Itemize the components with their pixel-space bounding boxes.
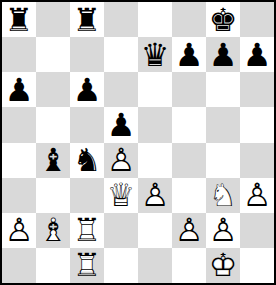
square-a6[interactable]: ♟ [2, 72, 36, 107]
square-e5[interactable] [138, 107, 172, 142]
black-pawn: ♟ [175, 39, 204, 71]
square-a1[interactable] [2, 248, 36, 283]
white-rook: ♜♖ [73, 214, 102, 246]
square-e3[interactable]: ♟♙ [138, 178, 172, 213]
square-g6[interactable] [206, 72, 240, 107]
square-a2[interactable]: ♟♙ [2, 213, 36, 248]
square-b4[interactable]: ♝ [36, 143, 70, 178]
square-h7[interactable]: ♟ [240, 37, 274, 72]
chess-board-frame: ♜♜♚♛♟♟♟♟♟♟♝♞♟♙♛♕♟♙♞♘♟♙♟♙♝♗♜♖♟♙♟♙♜♖♚♔ [0, 0, 276, 285]
square-g8[interactable]: ♚ [206, 2, 240, 37]
square-a5[interactable] [2, 107, 36, 142]
white-pawn: ♟♙ [175, 214, 204, 246]
square-f8[interactable] [172, 2, 206, 37]
square-e7[interactable]: ♛ [138, 37, 172, 72]
square-a4[interactable] [2, 143, 36, 178]
black-queen: ♛ [141, 39, 170, 71]
square-g5[interactable] [206, 107, 240, 142]
square-b3[interactable] [36, 178, 70, 213]
black-pawn: ♟ [107, 109, 136, 141]
white-king: ♚♔ [209, 249, 238, 281]
square-h4[interactable] [240, 143, 274, 178]
square-d2[interactable] [104, 213, 138, 248]
square-d3[interactable]: ♛♕ [104, 178, 138, 213]
square-c4[interactable]: ♞ [70, 143, 104, 178]
square-f7[interactable]: ♟ [172, 37, 206, 72]
black-knight: ♞ [73, 144, 102, 176]
square-f3[interactable] [172, 178, 206, 213]
square-g2[interactable]: ♟♙ [206, 213, 240, 248]
white-bishop: ♝♗ [39, 214, 68, 246]
square-b2[interactable]: ♝♗ [36, 213, 70, 248]
square-f5[interactable] [172, 107, 206, 142]
white-pawn: ♟♙ [107, 144, 136, 176]
square-d5[interactable]: ♟ [104, 107, 138, 142]
black-bishop: ♝ [39, 144, 68, 176]
square-g7[interactable]: ♟ [206, 37, 240, 72]
square-a8[interactable]: ♜ [2, 2, 36, 37]
square-c3[interactable] [70, 178, 104, 213]
square-g3[interactable]: ♞♘ [206, 178, 240, 213]
square-e8[interactable] [138, 2, 172, 37]
square-h6[interactable] [240, 72, 274, 107]
square-e6[interactable] [138, 72, 172, 107]
square-e2[interactable] [138, 213, 172, 248]
black-pawn: ♟ [209, 39, 238, 71]
square-f2[interactable]: ♟♙ [172, 213, 206, 248]
square-d6[interactable] [104, 72, 138, 107]
square-e4[interactable] [138, 143, 172, 178]
square-c2[interactable]: ♜♖ [70, 213, 104, 248]
square-e1[interactable] [138, 248, 172, 283]
square-h3[interactable]: ♟♙ [240, 178, 274, 213]
black-pawn: ♟ [5, 74, 34, 106]
square-b8[interactable] [36, 2, 70, 37]
square-a7[interactable] [2, 37, 36, 72]
black-pawn: ♟ [243, 39, 272, 71]
white-pawn: ♟♙ [141, 179, 170, 211]
square-f1[interactable] [172, 248, 206, 283]
square-a3[interactable] [2, 178, 36, 213]
white-pawn: ♟♙ [5, 214, 34, 246]
square-d1[interactable] [104, 248, 138, 283]
square-h2[interactable] [240, 213, 274, 248]
square-b7[interactable] [36, 37, 70, 72]
black-king: ♚ [209, 4, 238, 36]
white-pawn: ♟♙ [243, 179, 272, 211]
white-rook: ♜♖ [73, 249, 102, 281]
black-pawn: ♟ [73, 74, 102, 106]
square-f4[interactable] [172, 143, 206, 178]
square-b1[interactable] [36, 248, 70, 283]
white-knight: ♞♘ [209, 179, 238, 211]
square-c5[interactable] [70, 107, 104, 142]
square-b5[interactable] [36, 107, 70, 142]
square-h8[interactable] [240, 2, 274, 37]
square-c7[interactable] [70, 37, 104, 72]
square-d8[interactable] [104, 2, 138, 37]
square-g4[interactable] [206, 143, 240, 178]
white-pawn: ♟♙ [209, 214, 238, 246]
square-d7[interactable] [104, 37, 138, 72]
chess-board: ♜♜♚♛♟♟♟♟♟♟♝♞♟♙♛♕♟♙♞♘♟♙♟♙♝♗♜♖♟♙♟♙♜♖♚♔ [2, 2, 274, 283]
black-rook: ♜ [5, 4, 34, 36]
square-d4[interactable]: ♟♙ [104, 143, 138, 178]
square-c1[interactable]: ♜♖ [70, 248, 104, 283]
square-b6[interactable] [36, 72, 70, 107]
square-c8[interactable]: ♜ [70, 2, 104, 37]
square-g1[interactable]: ♚♔ [206, 248, 240, 283]
square-h1[interactable] [240, 248, 274, 283]
square-f6[interactable] [172, 72, 206, 107]
square-h5[interactable] [240, 107, 274, 142]
black-rook: ♜ [73, 4, 102, 36]
white-queen: ♛♕ [107, 179, 136, 211]
square-c6[interactable]: ♟ [70, 72, 104, 107]
